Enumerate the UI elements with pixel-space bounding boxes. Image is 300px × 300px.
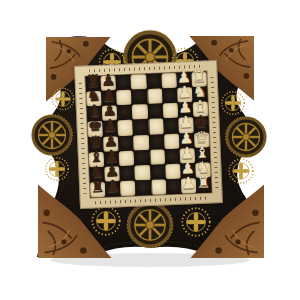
rosette-bottom-right (182, 208, 210, 236)
square-c5 (134, 150, 150, 166)
rosette-bottom-left (92, 207, 120, 235)
rosette-right-upper (222, 92, 245, 115)
square-e6 (118, 120, 134, 136)
square-a1: ♜ (196, 177, 212, 193)
chess-board: ♜♟♟♜♞♟♟♞♝♟♟♝♚♟♟♚♛♟♟♛♝♟♟♝♞♟♟♞♜♟♟♜ (74, 60, 223, 209)
square-b5 (135, 165, 151, 181)
square-d5 (133, 135, 149, 151)
square-a4 (150, 179, 166, 195)
photo-scene: ♜♟♟♜♞♟♟♞♝♟♟♝♚♟♟♚♛♟♟♛♝♟♟♝♞♟♟♞♜♟♟♜ (0, 0, 300, 300)
square-f5 (132, 104, 148, 120)
piece-r-a8: ♜ (90, 179, 105, 196)
rosette-left-upper (52, 88, 73, 109)
square-a3 (166, 179, 182, 195)
square-b3 (165, 163, 181, 179)
square-g6 (116, 90, 132, 106)
square-f6 (117, 105, 133, 121)
square-h4 (146, 73, 162, 89)
square-d6 (118, 135, 134, 151)
square-c6 (119, 150, 135, 166)
square-a2: ♟ (181, 178, 197, 194)
piece-R-a1: ♜ (196, 174, 211, 191)
square-c3 (164, 148, 180, 164)
square-c4 (149, 149, 165, 165)
piece-P-a2: ♟ (181, 175, 196, 192)
square-d3 (164, 133, 180, 149)
square-h6 (116, 75, 132, 91)
square-h3 (161, 73, 177, 89)
square-a5 (135, 180, 151, 196)
square-f4 (147, 104, 163, 120)
square-b6 (120, 165, 136, 181)
border-marks-bottom (95, 197, 208, 205)
square-e3 (163, 118, 179, 134)
square-e5 (133, 119, 149, 135)
rosette-left-lower (46, 158, 69, 181)
border-marks-right (211, 75, 219, 188)
square-a7: ♟ (105, 181, 121, 197)
wheel-rosette-left (32, 115, 73, 156)
wheel-rosette-right (226, 117, 267, 158)
square-h5 (131, 74, 147, 90)
square-a8: ♜ (90, 182, 106, 198)
square-g3 (162, 88, 178, 104)
piece-p-a7: ♟ (105, 178, 120, 195)
square-g4 (147, 89, 163, 105)
square-a6 (120, 180, 136, 196)
border-marks-left (79, 81, 87, 194)
square-e4 (148, 119, 164, 135)
square-f3 (162, 103, 178, 119)
wheel-rosette-bottom (127, 202, 173, 248)
square-b4 (150, 164, 166, 180)
square-g5 (131, 89, 147, 105)
rosette-right-lower (229, 159, 253, 183)
square-d4 (149, 134, 165, 150)
